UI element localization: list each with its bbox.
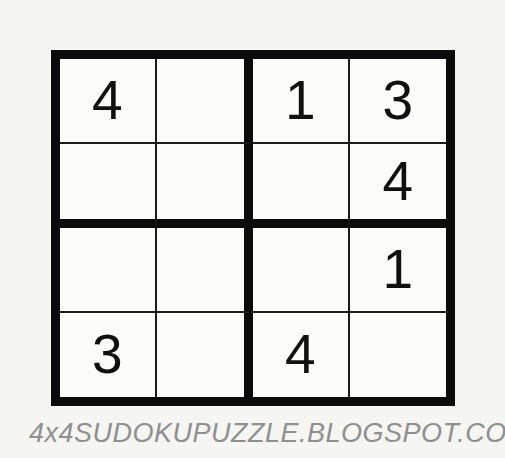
cell-r2c4[interactable]: 4	[350, 144, 447, 229]
cell-r4c1[interactable]: 3	[60, 313, 157, 398]
cell-r2c1[interactable]	[60, 144, 157, 229]
cell-r4c2[interactable]	[157, 313, 254, 398]
sudoku-board: 4 1 3 4 1 3 4	[51, 50, 455, 406]
cell-r2c2[interactable]	[157, 144, 254, 229]
watermark-url-text: 4x4SUDOKUPUZZLE.BLOGSPOT.COM	[29, 418, 505, 449]
cell-r3c1[interactable]	[60, 228, 157, 313]
cell-r3c2[interactable]	[157, 228, 254, 313]
cell-r3c4[interactable]: 1	[350, 228, 447, 313]
cell-r1c2[interactable]	[157, 59, 254, 144]
cell-r3c3[interactable]	[253, 228, 350, 313]
cell-r1c3[interactable]: 1	[253, 59, 350, 144]
cell-r1c4[interactable]: 3	[350, 59, 447, 144]
cell-r4c4[interactable]	[350, 313, 447, 398]
cell-r2c3[interactable]	[253, 144, 350, 229]
cell-r4c3[interactable]: 4	[253, 313, 350, 398]
cell-r1c1[interactable]: 4	[60, 59, 157, 144]
